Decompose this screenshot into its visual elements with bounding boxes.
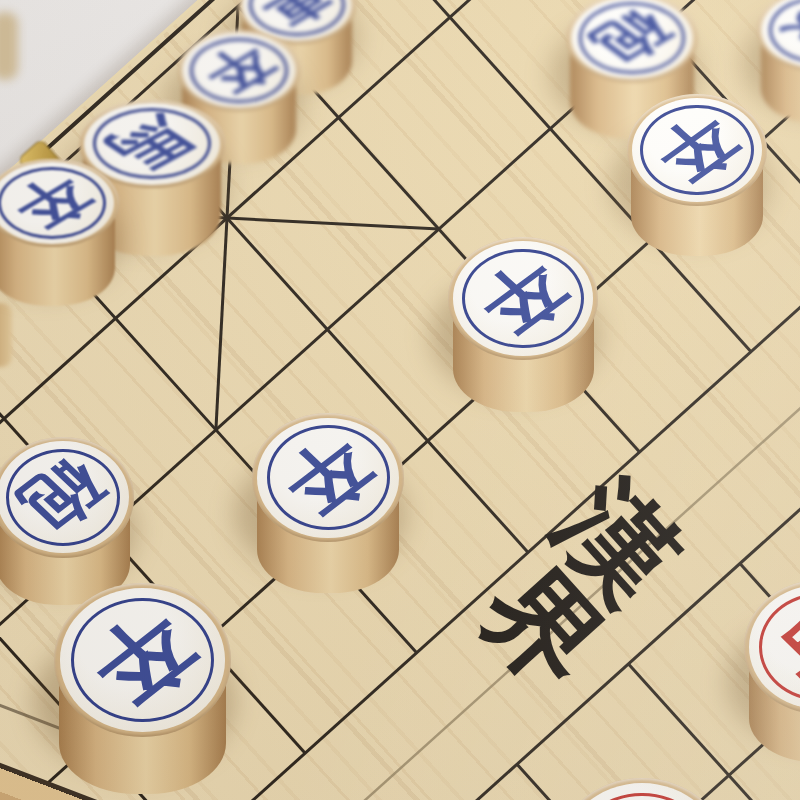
piece-face: 卒	[54, 583, 231, 737]
piece-sticker: 砲	[0, 441, 129, 553]
red-soldier-piece[interactable]: 兵	[556, 778, 728, 800]
piece-face: 卒	[627, 94, 767, 206]
piece-sticker: 卒	[257, 418, 398, 538]
piece-sticker: 卒	[60, 588, 225, 731]
black-soldier-piece[interactable]: 卒	[252, 413, 404, 603]
piece-face: 卒	[178, 30, 300, 111]
piece-sticker: 兵	[562, 783, 722, 800]
black-soldier-piece[interactable]: 卒	[627, 94, 767, 269]
piece-face: 卒	[252, 413, 404, 542]
piece-sticker: 卒	[182, 33, 295, 108]
piece-face: 兵	[556, 778, 728, 800]
black-soldier-piece[interactable]: 卒	[0, 159, 119, 327]
piece-sticker: 卒	[632, 98, 762, 202]
blurred-background-piece	[0, 12, 18, 80]
piece-sticker: 砲	[571, 0, 694, 79]
scene: 界 漢 車 象 砲 卒 馬 卒 卒 卒 卒	[0, 0, 800, 800]
black-soldier-piece[interactable]: 卒	[54, 583, 231, 800]
black-soldier-piece[interactable]: 卒	[448, 237, 598, 425]
piece-face: 砲	[0, 437, 134, 558]
red-soldier-piece[interactable]: 兵	[744, 580, 800, 770]
piece-sticker: 卒	[453, 241, 593, 355]
piece-sticker: 卒	[0, 162, 114, 244]
piece-character: 兵	[576, 795, 707, 800]
river-label: 界 漢	[448, 455, 714, 713]
piece-face: 卒	[448, 237, 598, 360]
